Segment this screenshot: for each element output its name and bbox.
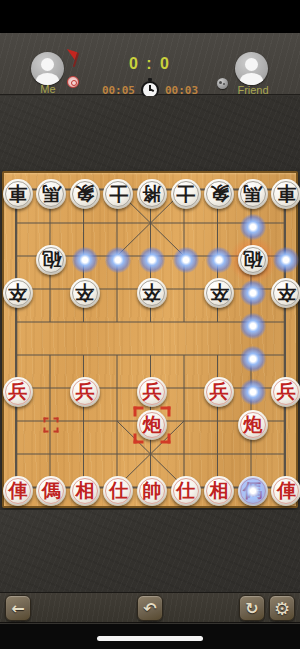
board-intersection-h3[interactable]: 炮 [236,408,270,441]
board-intersection-d9[interactable] [102,210,136,243]
gear-icon: ⚙ [274,598,290,619]
board-intersection-h1[interactable]: 傌 [236,474,270,507]
board-intersection-f9[interactable] [169,210,203,243]
piece-black-elephant-g10[interactable]: 象 [204,179,234,209]
board-intersection-a4[interactable]: 兵 [1,375,35,408]
piece-glyph: 仕 [109,481,128,500]
board-intersection-e3[interactable]: 炮 [135,408,169,441]
board-intersection-b10[interactable]: 馬 [35,177,69,210]
board-intersection-d8[interactable] [102,243,136,276]
board-intersection-g7[interactable]: 卒 [202,276,236,309]
board-intersection-e2[interactable] [135,441,169,474]
piece-glyph: 兵 [277,382,296,401]
board-intersection-c9[interactable] [68,210,102,243]
board-intersection-c4[interactable]: 兵 [68,375,102,408]
board-intersection-c7[interactable]: 卒 [68,276,102,309]
piece-red-chariot-a1[interactable]: 俥 [3,476,33,506]
piece-red-soldier-i4[interactable]: 兵 [271,377,300,407]
piece-glyph: 相 [210,481,229,500]
board-intersection-e5[interactable] [135,342,169,375]
legal-move-dot-c8[interactable] [72,247,98,273]
board-intersection-a5[interactable] [1,342,35,375]
piece-glyph: 象 [210,184,229,203]
home-indicator[interactable] [97,636,203,641]
piece-black-advisor-d10[interactable]: 士 [103,179,133,209]
piece-red-advisor-d1[interactable]: 仕 [103,476,133,506]
legal-move-dot-f8[interactable] [173,247,199,273]
piece-red-soldier-c4[interactable]: 兵 [70,377,100,407]
piece-glyph: 卒 [142,283,161,302]
board-intersection-h4[interactable] [236,375,270,408]
board-intersection-h8[interactable]: 砲 [236,243,270,276]
board-intersection-e10[interactable]: 將 [135,177,169,210]
xiangqi-board[interactable]: 車馬象士將士象馬車砲砲卒卒卒卒卒兵兵兵兵兵炮炮俥傌相仕帥仕相傌俥 [2,171,298,508]
legal-move-dot-i8[interactable] [273,247,299,273]
app-screen: Me 0 : 0 00:05 00:03 Friend 車馬象士將士象馬車砲砲卒… [0,0,300,649]
piece-black-general-e10[interactable]: 將 [137,179,167,209]
piece-glyph: 仕 [176,481,195,500]
board-intersection-b1[interactable]: 傌 [35,474,69,507]
board-intersection-b9[interactable] [35,210,69,243]
lower-gap [0,510,300,592]
player-name-friend: Friend [223,84,283,96]
board-intersection-b4[interactable] [35,375,69,408]
piece-glyph: 卒 [75,283,94,302]
board-grid: 車馬象士將士象馬車砲砲卒卒卒卒卒兵兵兵兵兵炮炮俥傌相仕帥仕相傌俥 [1,177,300,507]
board-intersection-a8[interactable] [1,243,35,276]
board-intersection-i3[interactable] [269,408,300,441]
piece-glyph: 兵 [142,382,161,401]
piece-glyph: 士 [176,184,195,203]
board-intersection-a9[interactable] [1,210,35,243]
back-icon: ← [11,599,24,618]
piece-red-horse-b1[interactable]: 傌 [36,476,66,506]
board-intersection-f2[interactable] [169,441,203,474]
board-intersection-g4[interactable]: 兵 [202,375,236,408]
board-intersection-b7[interactable] [35,276,69,309]
legal-move-dot-h9[interactable] [240,214,266,240]
piece-red-soldier-e4[interactable]: 兵 [137,377,167,407]
board-intersection-c3[interactable] [68,408,102,441]
avatar-me[interactable] [31,52,64,85]
piece-red-elephant-g1[interactable]: 相 [204,476,234,506]
piece-glyph: 兵 [210,382,229,401]
capture-target-dot[interactable] [238,476,268,506]
board-intersection-d6[interactable] [102,309,136,342]
player-name-me: Me [18,83,78,95]
legal-move-dot-h7[interactable] [240,280,266,306]
piece-glyph: 砲 [243,250,262,269]
board-intersection-h10[interactable]: 馬 [236,177,270,210]
legal-move-dot-h6[interactable] [240,313,266,339]
undo-button[interactable]: ↶ [137,595,163,621]
piece-black-horse-b10[interactable]: 馬 [36,179,66,209]
board-intersection-d5[interactable] [102,342,136,375]
piece-black-elephant-c10[interactable]: 象 [70,179,100,209]
board-intersection-a2[interactable] [1,441,35,474]
board-intersection-i4[interactable]: 兵 [269,375,300,408]
board-intersection-i10[interactable]: 車 [269,177,300,210]
board-intersection-i2[interactable] [269,441,300,474]
board-intersection-a3[interactable] [1,408,35,441]
piece-glyph: 俥 [8,481,27,500]
bottom-bar [0,624,300,649]
board-intersection-b6[interactable] [35,309,69,342]
board-intersection-d3[interactable] [102,408,136,441]
piece-glyph: 卒 [210,283,229,302]
piece-red-advisor-f1[interactable]: 仕 [171,476,201,506]
piece-glyph: 象 [75,184,94,203]
flip-icon: ↻ [245,599,258,618]
piece-glyph: 將 [142,184,161,203]
board-intersection-f8[interactable] [169,243,203,276]
piece-glyph: 馬 [243,184,262,203]
piece-glyph: 兵 [75,382,94,401]
board-intersection-c8[interactable] [68,243,102,276]
board-intersection-f3[interactable] [169,408,203,441]
board-intersection-c5[interactable] [68,342,102,375]
board-intersection-e4[interactable]: 兵 [135,375,169,408]
board-intersection-e8[interactable] [135,243,169,276]
board-intersection-d4[interactable] [102,375,136,408]
board-intersection-c1[interactable]: 相 [68,474,102,507]
board-intersection-a10[interactable]: 車 [1,177,35,210]
piece-glyph: 相 [75,481,94,500]
board-intersection-f10[interactable]: 士 [169,177,203,210]
back-button[interactable]: ← [5,595,31,621]
board-intersection-i5[interactable] [269,342,300,375]
board-intersection-f7[interactable] [169,276,203,309]
piece-red-general-e1[interactable]: 帥 [137,476,167,506]
board-intersection-e7[interactable]: 卒 [135,276,169,309]
board-intersection-d7[interactable] [102,276,136,309]
piece-black-soldier-e7[interactable]: 卒 [137,278,167,308]
board-intersection-h6[interactable] [236,309,270,342]
board-intersection-b2[interactable] [35,441,69,474]
board-intersection-i9[interactable] [269,210,300,243]
piece-glyph: 馬 [42,184,61,203]
piece-glyph: 炮 [243,415,262,434]
board-intersection-c6[interactable] [68,309,102,342]
legal-move-dot-h4[interactable] [240,379,266,405]
board-intersection-f5[interactable] [169,342,203,375]
board-intersection-d10[interactable]: 士 [102,177,136,210]
board-intersection-d2[interactable] [102,441,136,474]
piece-glyph: 車 [8,184,27,203]
flip-board-button[interactable]: ↻ [239,595,265,621]
board-intersection-c10[interactable]: 象 [68,177,102,210]
avatar-friend[interactable] [235,52,268,85]
piece-black-cannon-b8[interactable]: 砲 [36,245,66,275]
board-intersection-f1[interactable]: 仕 [169,474,203,507]
board-intersection-g1[interactable]: 相 [202,474,236,507]
piece-glyph: 傌 [42,481,61,500]
piece-glyph: 卒 [277,283,296,302]
piece-red-cannon-h3[interactable]: 炮 [238,410,268,440]
board-intersection-b8[interactable]: 砲 [35,243,69,276]
piece-black-chariot-i10[interactable]: 車 [271,179,300,209]
board-intersection-i1[interactable]: 俥 [269,474,300,507]
piece-glyph: 俥 [277,481,296,500]
status-bar [0,0,300,33]
piece-black-chariot-a10[interactable]: 車 [3,179,33,209]
piece-glyph: 卒 [8,283,27,302]
piece-black-soldier-a7[interactable]: 卒 [3,278,33,308]
piece-black-advisor-f10[interactable]: 士 [171,179,201,209]
board-intersection-g5[interactable] [202,342,236,375]
piece-red-soldier-g4[interactable]: 兵 [204,377,234,407]
board-intersection-g3[interactable] [202,408,236,441]
last-move-destination-marker [133,406,170,443]
piece-red-chariot-i1[interactable]: 俥 [271,476,300,506]
legal-move-dot-d8[interactable] [105,247,131,273]
board-intersection-f6[interactable] [169,309,203,342]
piece-black-soldier-c7[interactable]: 卒 [70,278,100,308]
board-intersection-e1[interactable]: 帥 [135,474,169,507]
piece-glyph: 車 [277,184,296,203]
board-intersection-g10[interactable]: 象 [202,177,236,210]
piece-glyph: 帥 [142,481,161,500]
last-move-origin-marker [44,417,59,432]
board-intersection-e6[interactable] [135,309,169,342]
board-intersection-i6[interactable] [269,309,300,342]
board-intersection-h5[interactable] [236,342,270,375]
piece-black-cannon-h8[interactable]: 砲 [238,245,268,275]
legal-move-dot-h5[interactable] [240,346,266,372]
board-intersection-e9[interactable] [135,210,169,243]
undo-icon: ↶ [143,599,156,618]
upper-gap [0,96,300,171]
board-intersection-g9[interactable] [202,210,236,243]
legal-move-dot-e8[interactable] [139,247,165,273]
score-display: 0 : 0 [100,55,200,73]
board-intersection-f4[interactable] [169,375,203,408]
board-intersection-a6[interactable] [1,309,35,342]
settings-button[interactable]: ⚙ [269,595,295,621]
board-intersection-c2[interactable] [68,441,102,474]
piece-black-horse-h10[interactable]: 馬 [238,179,268,209]
board-intersection-i7[interactable]: 卒 [269,276,300,309]
board-intersection-g6[interactable] [202,309,236,342]
piece-red-soldier-a4[interactable]: 兵 [3,377,33,407]
flag-icon [62,48,83,70]
legal-move-dot-g8[interactable] [206,247,232,273]
piece-black-soldier-g7[interactable]: 卒 [204,278,234,308]
piece-glyph: 兵 [8,382,27,401]
board-intersection-a7[interactable]: 卒 [1,276,35,309]
board-intersection-b3[interactable] [35,408,69,441]
board-intersection-h2[interactable] [236,441,270,474]
bottom-toolbar: ← ↶ ↻ ⚙ [0,592,300,623]
piece-glyph: 砲 [42,250,61,269]
board-intersection-b5[interactable] [35,342,69,375]
piece-glyph: 士 [109,184,128,203]
piece-black-soldier-i7[interactable]: 卒 [271,278,300,308]
board-intersection-a1[interactable]: 俥 [1,474,35,507]
piece-red-elephant-c1[interactable]: 相 [70,476,100,506]
player-header: Me 0 : 0 00:05 00:03 Friend [0,33,300,95]
board-intersection-g2[interactable] [202,441,236,474]
board-intersection-d1[interactable]: 仕 [102,474,136,507]
